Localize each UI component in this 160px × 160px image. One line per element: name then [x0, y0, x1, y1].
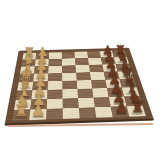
square-b5[interactable]: [78, 98, 95, 108]
square-a4[interactable]: [63, 108, 80, 119]
square-c3[interactable]: [47, 89, 63, 99]
square-a5[interactable]: [79, 107, 96, 118]
chess-board-photo: ♜♟♟♜♞♟♟♞♝♟♟♝♚♟♟♚♛♟♟♛♝♟♟♝♞♟♟♞♜♟♟♜: [0, 0, 160, 160]
black-rook[interactable]: ♜: [130, 100, 144, 116]
square-b4[interactable]: [63, 98, 79, 108]
square-a3[interactable]: [46, 108, 63, 119]
chess-board-frame: ♜♟♟♜♞♟♟♞♝♟♟♝♚♟♟♚♛♟♟♛♝♟♟♝♞♟♟♞♜♟♟♜: [4, 48, 154, 126]
square-b3[interactable]: [47, 99, 63, 109]
square-b6[interactable]: [93, 97, 110, 107]
square-a2[interactable]: ♟: [29, 109, 46, 120]
board-grid: ♜♟♟♜♞♟♟♞♝♟♟♝♚♟♟♚♛♟♟♛♝♟♟♝♞♟♟♞♜♟♟♜: [12, 51, 146, 121]
square-a8[interactable]: ♜: [127, 106, 146, 117]
square-c4[interactable]: [62, 89, 78, 99]
square-a1[interactable]: ♜: [12, 109, 30, 120]
square-a7[interactable]: ♟: [111, 106, 130, 117]
white-pawn[interactable]: ♟: [31, 103, 45, 119]
black-pawn[interactable]: ♟: [114, 100, 128, 116]
white-rook[interactable]: ♜: [14, 103, 28, 119]
